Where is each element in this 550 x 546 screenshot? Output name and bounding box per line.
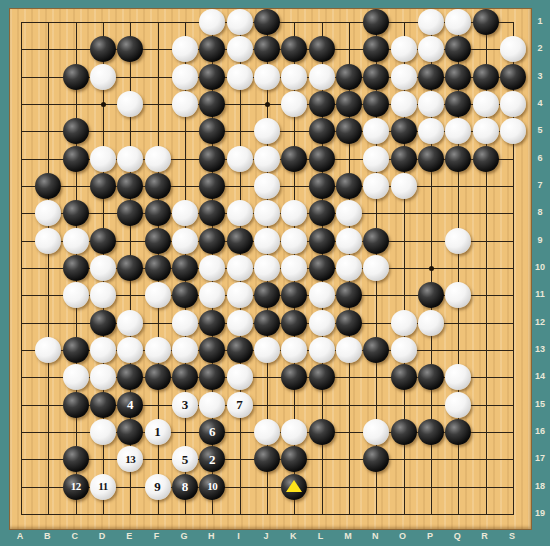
- white-stone-G8[interactable]: [172, 200, 198, 226]
- white-stone-K10[interactable]: [281, 255, 307, 281]
- black-stone-C3[interactable]: [63, 64, 89, 90]
- white-stone-K8[interactable]: [281, 200, 307, 226]
- row-label-2: 2: [530, 43, 550, 53]
- black-stone-M4[interactable]: [336, 91, 362, 117]
- move-number-2: 2: [209, 453, 216, 466]
- white-stone-J16[interactable]: [254, 419, 280, 445]
- black-stone-C6[interactable]: [63, 146, 89, 172]
- white-stone-H15[interactable]: [199, 392, 225, 418]
- white-stone-P5[interactable]: [418, 118, 444, 144]
- black-stone-I9[interactable]: [227, 228, 253, 254]
- black-stone-Q4[interactable]: [445, 91, 471, 117]
- row-label-11: 11: [530, 289, 550, 299]
- white-stone-D6[interactable]: [90, 146, 116, 172]
- row-label-10: 10: [530, 262, 550, 272]
- row-label-13: 13: [530, 344, 550, 354]
- white-stone-K3[interactable]: [281, 64, 307, 90]
- column-label-K: K: [286, 531, 300, 541]
- white-stone-F13[interactable]: [145, 337, 171, 363]
- white-stone-I15[interactable]: 7: [227, 392, 253, 418]
- black-stone-G11[interactable]: [172, 282, 198, 308]
- black-stone-G18[interactable]: 8: [172, 474, 198, 500]
- white-stone-N16[interactable]: [363, 419, 389, 445]
- white-stone-I8[interactable]: [227, 200, 253, 226]
- white-stone-G4[interactable]: [172, 91, 198, 117]
- black-stone-E15[interactable]: 4: [117, 392, 143, 418]
- white-stone-G3[interactable]: [172, 64, 198, 90]
- row-label-14: 14: [530, 371, 550, 381]
- column-label-L: L: [314, 531, 328, 541]
- black-stone-H13[interactable]: [199, 337, 225, 363]
- black-stone-H3[interactable]: [199, 64, 225, 90]
- black-stone-O16[interactable]: [391, 419, 417, 445]
- column-label-G: G: [177, 531, 191, 541]
- white-stone-R4[interactable]: [473, 91, 499, 117]
- white-stone-H10[interactable]: [199, 255, 225, 281]
- black-stone-J1[interactable]: [254, 9, 280, 35]
- white-stone-D16[interactable]: [90, 419, 116, 445]
- white-stone-I1[interactable]: [227, 9, 253, 35]
- black-stone-N1[interactable]: [363, 9, 389, 35]
- white-stone-F6[interactable]: [145, 146, 171, 172]
- white-stone-P2[interactable]: [418, 36, 444, 62]
- black-stone-L14[interactable]: [309, 364, 335, 390]
- row-label-15: 15: [530, 399, 550, 409]
- white-stone-I12[interactable]: [227, 310, 253, 336]
- white-stone-D13[interactable]: [90, 337, 116, 363]
- white-stone-E13[interactable]: [117, 337, 143, 363]
- white-stone-Q11[interactable]: [445, 282, 471, 308]
- move-number-7: 7: [236, 398, 243, 411]
- white-stone-P1[interactable]: [418, 9, 444, 35]
- black-stone-R1[interactable]: [473, 9, 499, 35]
- black-stone-H17[interactable]: 2: [199, 446, 225, 472]
- black-stone-C18[interactable]: 12: [63, 474, 89, 500]
- black-stone-M7[interactable]: [336, 173, 362, 199]
- white-stone-F16[interactable]: 1: [145, 419, 171, 445]
- move-number-9: 9: [154, 480, 161, 493]
- column-label-F: F: [150, 531, 164, 541]
- move-number-4: 4: [127, 398, 134, 411]
- black-stone-S3[interactable]: [500, 64, 526, 90]
- column-label-P: P: [423, 531, 437, 541]
- white-stone-G13[interactable]: [172, 337, 198, 363]
- white-stone-B8[interactable]: [35, 200, 61, 226]
- white-stone-E4[interactable]: [117, 91, 143, 117]
- black-stone-L6[interactable]: [309, 146, 335, 172]
- column-label-N: N: [368, 531, 382, 541]
- black-stone-K14[interactable]: [281, 364, 307, 390]
- column-label-B: B: [40, 531, 54, 541]
- black-stone-C5[interactable]: [63, 118, 89, 144]
- white-stone-K13[interactable]: [281, 337, 307, 363]
- black-stone-L8[interactable]: [309, 200, 335, 226]
- move-number-13: 13: [125, 454, 135, 465]
- white-stone-K9[interactable]: [281, 228, 307, 254]
- white-stone-D3[interactable]: [90, 64, 116, 90]
- black-stone-D15[interactable]: [90, 392, 116, 418]
- white-stone-G2[interactable]: [172, 36, 198, 62]
- column-label-O: O: [396, 531, 410, 541]
- black-stone-C8[interactable]: [63, 200, 89, 226]
- black-stone-E14[interactable]: [117, 364, 143, 390]
- white-stone-G9[interactable]: [172, 228, 198, 254]
- white-stone-I10[interactable]: [227, 255, 253, 281]
- row-label-16: 16: [530, 426, 550, 436]
- row-label-19: 19: [530, 508, 550, 518]
- row-label-9: 9: [530, 235, 550, 245]
- row-label-7: 7: [530, 180, 550, 190]
- white-stone-J3[interactable]: [254, 64, 280, 90]
- white-stone-G15[interactable]: 3: [172, 392, 198, 418]
- black-stone-N3[interactable]: [363, 64, 389, 90]
- black-stone-P3[interactable]: [418, 64, 444, 90]
- black-stone-J17[interactable]: [254, 446, 280, 472]
- black-stone-E10[interactable]: [117, 255, 143, 281]
- white-stone-B13[interactable]: [35, 337, 61, 363]
- black-stone-P11[interactable]: [418, 282, 444, 308]
- white-stone-J6[interactable]: [254, 146, 280, 172]
- white-stone-I11[interactable]: [227, 282, 253, 308]
- white-stone-B9[interactable]: [35, 228, 61, 254]
- column-label-D: D: [95, 531, 109, 541]
- black-stone-N4[interactable]: [363, 91, 389, 117]
- black-stone-Q2[interactable]: [445, 36, 471, 62]
- black-stone-M12[interactable]: [336, 310, 362, 336]
- white-stone-J5[interactable]: [254, 118, 280, 144]
- black-stone-D12[interactable]: [90, 310, 116, 336]
- black-stone-O6[interactable]: [391, 146, 417, 172]
- white-stone-L11[interactable]: [309, 282, 335, 308]
- black-stone-K12[interactable]: [281, 310, 307, 336]
- row-label-5: 5: [530, 125, 550, 135]
- black-stone-N2[interactable]: [363, 36, 389, 62]
- white-stone-O4[interactable]: [391, 91, 417, 117]
- white-stone-E12[interactable]: [117, 310, 143, 336]
- white-stone-I6[interactable]: [227, 146, 253, 172]
- white-stone-N10[interactable]: [363, 255, 389, 281]
- white-stone-G12[interactable]: [172, 310, 198, 336]
- black-stone-H18[interactable]: 10: [199, 474, 225, 500]
- white-stone-S5[interactable]: [500, 118, 526, 144]
- black-stone-I13[interactable]: [227, 337, 253, 363]
- black-stone-F7[interactable]: [145, 173, 171, 199]
- white-stone-N6[interactable]: [363, 146, 389, 172]
- go-game-screenshot: 43716135212119810 ABCDEFGHIJKLMNOPQRS123…: [0, 0, 550, 546]
- column-label-E: E: [122, 531, 136, 541]
- white-stone-H1[interactable]: [199, 9, 225, 35]
- black-stone-J11[interactable]: [254, 282, 280, 308]
- black-stone-B7[interactable]: [35, 173, 61, 199]
- white-stone-P4[interactable]: [418, 91, 444, 117]
- white-stone-E17[interactable]: 13: [117, 446, 143, 472]
- white-stone-D11[interactable]: [90, 282, 116, 308]
- black-stone-R6[interactable]: [473, 146, 499, 172]
- white-stone-I14[interactable]: [227, 364, 253, 390]
- black-stone-C17[interactable]: [63, 446, 89, 472]
- white-stone-R5[interactable]: [473, 118, 499, 144]
- white-stone-M9[interactable]: [336, 228, 362, 254]
- black-stone-H2[interactable]: [199, 36, 225, 62]
- white-stone-I2[interactable]: [227, 36, 253, 62]
- black-stone-K6[interactable]: [281, 146, 307, 172]
- column-label-A: A: [13, 531, 27, 541]
- white-stone-F11[interactable]: [145, 282, 171, 308]
- white-stone-L12[interactable]: [309, 310, 335, 336]
- white-stone-J8[interactable]: [254, 200, 280, 226]
- black-stone-F14[interactable]: [145, 364, 171, 390]
- black-stone-L7[interactable]: [309, 173, 335, 199]
- black-stone-D9[interactable]: [90, 228, 116, 254]
- black-stone-L9[interactable]: [309, 228, 335, 254]
- black-stone-H12[interactable]: [199, 310, 225, 336]
- black-stone-K18[interactable]: [281, 474, 307, 500]
- column-label-J: J: [259, 531, 273, 541]
- white-stone-G17[interactable]: 5: [172, 446, 198, 472]
- black-stone-L10[interactable]: [309, 255, 335, 281]
- white-stone-Q1[interactable]: [445, 9, 471, 35]
- black-stone-E8[interactable]: [117, 200, 143, 226]
- white-stone-K16[interactable]: [281, 419, 307, 445]
- black-stone-H4[interactable]: [199, 91, 225, 117]
- white-stone-F18[interactable]: 9: [145, 474, 171, 500]
- white-stone-M8[interactable]: [336, 200, 362, 226]
- black-stone-C10[interactable]: [63, 255, 89, 281]
- white-stone-D18[interactable]: 11: [90, 474, 116, 500]
- black-stone-H5[interactable]: [199, 118, 225, 144]
- column-label-C: C: [68, 531, 82, 541]
- row-label-8: 8: [530, 207, 550, 217]
- black-stone-H7[interactable]: [199, 173, 225, 199]
- white-stone-H11[interactable]: [199, 282, 225, 308]
- move-number-12: 12: [71, 481, 81, 492]
- column-label-I: I: [232, 531, 246, 541]
- white-stone-M10[interactable]: [336, 255, 362, 281]
- white-stone-M13[interactable]: [336, 337, 362, 363]
- white-stone-N5[interactable]: [363, 118, 389, 144]
- black-stone-C15[interactable]: [63, 392, 89, 418]
- star-point: [265, 102, 270, 107]
- white-stone-C11[interactable]: [63, 282, 89, 308]
- black-stone-Q16[interactable]: [445, 419, 471, 445]
- column-label-M: M: [341, 531, 355, 541]
- black-stone-Q6[interactable]: [445, 146, 471, 172]
- black-stone-D2[interactable]: [90, 36, 116, 62]
- black-stone-F10[interactable]: [145, 255, 171, 281]
- column-label-H: H: [204, 531, 218, 541]
- black-stone-H9[interactable]: [199, 228, 225, 254]
- black-stone-P14[interactable]: [418, 364, 444, 390]
- black-stone-F8[interactable]: [145, 200, 171, 226]
- black-stone-L16[interactable]: [309, 419, 335, 445]
- row-label-12: 12: [530, 317, 550, 327]
- black-stone-M11[interactable]: [336, 282, 362, 308]
- black-stone-G14[interactable]: [172, 364, 198, 390]
- white-stone-Q5[interactable]: [445, 118, 471, 144]
- white-stone-O2[interactable]: [391, 36, 417, 62]
- white-stone-I3[interactable]: [227, 64, 253, 90]
- move-number-10: 10: [207, 481, 217, 492]
- black-stone-L5[interactable]: [309, 118, 335, 144]
- move-number-11: 11: [98, 481, 107, 492]
- column-label-Q: Q: [450, 531, 464, 541]
- white-stone-O13[interactable]: [391, 337, 417, 363]
- move-number-1: 1: [154, 425, 161, 438]
- move-number-5: 5: [182, 453, 189, 466]
- black-stone-E7[interactable]: [117, 173, 143, 199]
- black-stone-K11[interactable]: [281, 282, 307, 308]
- black-stone-P16[interactable]: [418, 419, 444, 445]
- white-stone-C14[interactable]: [63, 364, 89, 390]
- black-stone-F9[interactable]: [145, 228, 171, 254]
- black-stone-P6[interactable]: [418, 146, 444, 172]
- black-stone-E16[interactable]: [117, 419, 143, 445]
- white-stone-J13[interactable]: [254, 337, 280, 363]
- white-stone-N7[interactable]: [363, 173, 389, 199]
- white-stone-K4[interactable]: [281, 91, 307, 117]
- black-stone-N17[interactable]: [363, 446, 389, 472]
- white-stone-E6[interactable]: [117, 146, 143, 172]
- column-label-R: R: [478, 531, 492, 541]
- move-number-3: 3: [182, 398, 189, 411]
- black-stone-L4[interactable]: [309, 91, 335, 117]
- black-stone-O14[interactable]: [391, 364, 417, 390]
- black-stone-D7[interactable]: [90, 173, 116, 199]
- star-point: [101, 102, 106, 107]
- white-stone-O3[interactable]: [391, 64, 417, 90]
- row-label-3: 3: [530, 71, 550, 81]
- black-stone-M3[interactable]: [336, 64, 362, 90]
- star-point: [429, 266, 434, 271]
- white-stone-D10[interactable]: [90, 255, 116, 281]
- white-stone-Q15[interactable]: [445, 392, 471, 418]
- white-stone-Q14[interactable]: [445, 364, 471, 390]
- white-stone-L13[interactable]: [309, 337, 335, 363]
- black-stone-N13[interactable]: [363, 337, 389, 363]
- white-stone-L3[interactable]: [309, 64, 335, 90]
- black-stone-O5[interactable]: [391, 118, 417, 144]
- row-label-6: 6: [530, 153, 550, 163]
- black-stone-G10[interactable]: [172, 255, 198, 281]
- triangle-mark-icon: [286, 480, 302, 492]
- black-stone-J12[interactable]: [254, 310, 280, 336]
- black-stone-H14[interactable]: [199, 364, 225, 390]
- grid-line-horizontal: [21, 514, 514, 515]
- go-board[interactable]: 43716135212119810: [9, 8, 532, 530]
- white-stone-D14[interactable]: [90, 364, 116, 390]
- black-stone-H8[interactable]: [199, 200, 225, 226]
- white-stone-Q9[interactable]: [445, 228, 471, 254]
- move-number-8: 8: [182, 480, 189, 493]
- black-stone-J2[interactable]: [254, 36, 280, 62]
- white-stone-J7[interactable]: [254, 173, 280, 199]
- row-label-1: 1: [530, 16, 550, 26]
- black-stone-N9[interactable]: [363, 228, 389, 254]
- white-stone-O7[interactable]: [391, 173, 417, 199]
- move-number-6: 6: [209, 425, 216, 438]
- black-stone-L2[interactable]: [309, 36, 335, 62]
- black-stone-K17[interactable]: [281, 446, 307, 472]
- white-stone-S2[interactable]: [500, 36, 526, 62]
- black-stone-H6[interactable]: [199, 146, 225, 172]
- white-stone-O12[interactable]: [391, 310, 417, 336]
- black-stone-K2[interactable]: [281, 36, 307, 62]
- white-stone-J10[interactable]: [254, 255, 280, 281]
- row-label-18: 18: [530, 481, 550, 491]
- column-label-S: S: [505, 531, 519, 541]
- black-stone-C13[interactable]: [63, 337, 89, 363]
- white-stone-C9[interactable]: [63, 228, 89, 254]
- black-stone-R3[interactable]: [473, 64, 499, 90]
- row-label-4: 4: [530, 98, 550, 108]
- black-stone-M5[interactable]: [336, 118, 362, 144]
- white-stone-P12[interactable]: [418, 310, 444, 336]
- black-stone-H16[interactable]: 6: [199, 419, 225, 445]
- white-stone-S4[interactable]: [500, 91, 526, 117]
- row-label-17: 17: [530, 453, 550, 463]
- black-stone-Q3[interactable]: [445, 64, 471, 90]
- white-stone-J9[interactable]: [254, 228, 280, 254]
- black-stone-E2[interactable]: [117, 36, 143, 62]
